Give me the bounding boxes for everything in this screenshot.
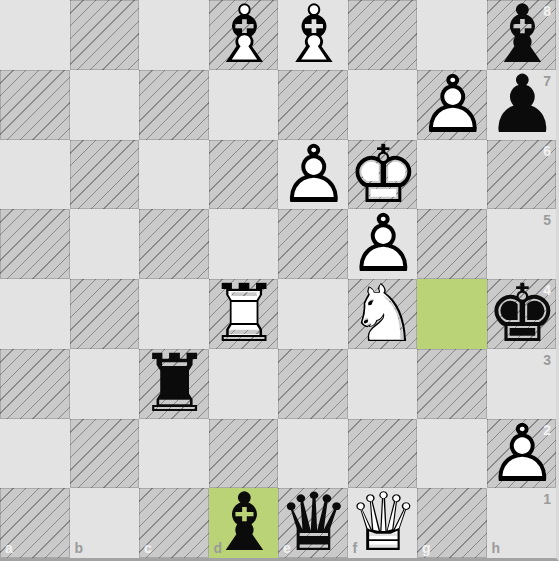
square-g4[interactable]	[417, 279, 487, 349]
piece-black-bishop[interactable]: ♝	[209, 488, 279, 558]
square-b4[interactable]	[70, 279, 140, 349]
square-d6[interactable]	[209, 140, 279, 210]
square-a3[interactable]	[0, 349, 70, 419]
piece-white-knight[interactable]: ♞♘	[348, 279, 418, 349]
rank-label-1: 1	[543, 492, 551, 506]
square-e6[interactable]: ♟♙	[278, 140, 348, 210]
black-rook-glyph-fill: ♜	[139, 349, 209, 419]
file-label-b: b	[75, 541, 84, 555]
square-e4[interactable]	[278, 279, 348, 349]
rank-label-5: 5	[543, 213, 551, 227]
piece-white-queen[interactable]: ♛♕	[348, 488, 418, 558]
white-rook-glyph-outline: ♖	[209, 279, 279, 349]
square-e5[interactable]	[278, 209, 348, 279]
square-a4[interactable]	[0, 279, 70, 349]
square-h7[interactable]: 7♟	[487, 70, 557, 140]
square-a7[interactable]	[0, 70, 70, 140]
piece-black-queen[interactable]: ♛	[278, 488, 348, 558]
square-b2[interactable]	[70, 419, 140, 489]
piece-white-pawn[interactable]: ♟♙	[487, 419, 557, 489]
square-g6[interactable]	[417, 140, 487, 210]
square-b8[interactable]	[70, 0, 140, 70]
square-f4[interactable]: ♞♘	[348, 279, 418, 349]
piece-white-bishop[interactable]: ♝♗	[278, 0, 348, 70]
white-bishop-glyph-outline: ♗	[278, 0, 348, 70]
piece-black-pawn[interactable]: ♟	[487, 70, 557, 140]
square-h1[interactable]: 1h	[487, 488, 557, 558]
file-label-g: g	[422, 541, 431, 555]
white-bishop-glyph-outline: ♗	[209, 0, 279, 70]
square-d1[interactable]: d♝	[209, 488, 279, 558]
square-b3[interactable]	[70, 349, 140, 419]
white-pawn-glyph-outline: ♙	[278, 140, 348, 210]
square-c2[interactable]	[139, 419, 209, 489]
square-f3[interactable]	[348, 349, 418, 419]
square-d3[interactable]	[209, 349, 279, 419]
square-f1[interactable]: f♛♕	[348, 488, 418, 558]
square-a5[interactable]	[0, 209, 70, 279]
file-label-h: h	[492, 541, 501, 555]
square-b6[interactable]	[70, 140, 140, 210]
piece-white-pawn[interactable]: ♟♙	[417, 70, 487, 140]
square-c8[interactable]	[139, 0, 209, 70]
file-label-a: a	[5, 541, 13, 555]
rank-label-3: 3	[543, 353, 551, 367]
white-pawn-glyph-outline: ♙	[417, 70, 487, 140]
square-e3[interactable]	[278, 349, 348, 419]
square-c6[interactable]	[139, 140, 209, 210]
white-knight-glyph-outline: ♘	[348, 279, 418, 349]
piece-black-king[interactable]: ♚	[487, 279, 557, 349]
square-c1[interactable]: c	[139, 488, 209, 558]
square-d8[interactable]: ♝♗	[209, 0, 279, 70]
black-pawn-glyph-fill: ♟	[487, 70, 557, 140]
rank-label-6: 6	[543, 144, 551, 158]
square-a6[interactable]	[0, 140, 70, 210]
square-h2[interactable]: 2♟♙	[487, 419, 557, 489]
piece-white-pawn[interactable]: ♟♙	[278, 140, 348, 210]
square-g3[interactable]	[417, 349, 487, 419]
square-c7[interactable]	[139, 70, 209, 140]
square-h6[interactable]: 6	[487, 140, 557, 210]
white-pawn-glyph-outline: ♙	[487, 419, 557, 489]
square-g2[interactable]	[417, 419, 487, 489]
square-h4[interactable]: 4♚	[487, 279, 557, 349]
black-king-glyph-fill: ♚	[487, 279, 557, 349]
white-queen-glyph-outline: ♕	[348, 488, 418, 558]
square-d7[interactable]	[209, 70, 279, 140]
square-d4[interactable]: ♜♖	[209, 279, 279, 349]
square-g5[interactable]	[417, 209, 487, 279]
black-queen-glyph-fill: ♛	[278, 488, 348, 558]
square-b5[interactable]	[70, 209, 140, 279]
chess-board: ♝♗♝♗8♝♟♙7♟♟♙♚♔6♟♙5♜♖♞♘4♚♜32♟♙abcd♝e♛f♛♕g…	[0, 0, 559, 561]
square-c3[interactable]: ♜	[139, 349, 209, 419]
square-g7[interactable]: ♟♙	[417, 70, 487, 140]
square-b1[interactable]: b	[70, 488, 140, 558]
square-a1[interactable]: a	[0, 488, 70, 558]
square-c5[interactable]	[139, 209, 209, 279]
piece-white-bishop[interactable]: ♝♗	[209, 0, 279, 70]
square-e1[interactable]: e♛	[278, 488, 348, 558]
square-g1[interactable]: g	[417, 488, 487, 558]
piece-white-rook[interactable]: ♜♖	[209, 279, 279, 349]
square-b7[interactable]	[70, 70, 140, 140]
square-e8[interactable]: ♝♗	[278, 0, 348, 70]
black-bishop-glyph-fill: ♝	[209, 488, 279, 558]
square-f8[interactable]	[348, 0, 418, 70]
piece-black-rook[interactable]: ♜	[139, 349, 209, 419]
file-label-c: c	[144, 541, 152, 555]
square-a2[interactable]	[0, 419, 70, 489]
square-a8[interactable]	[0, 0, 70, 70]
